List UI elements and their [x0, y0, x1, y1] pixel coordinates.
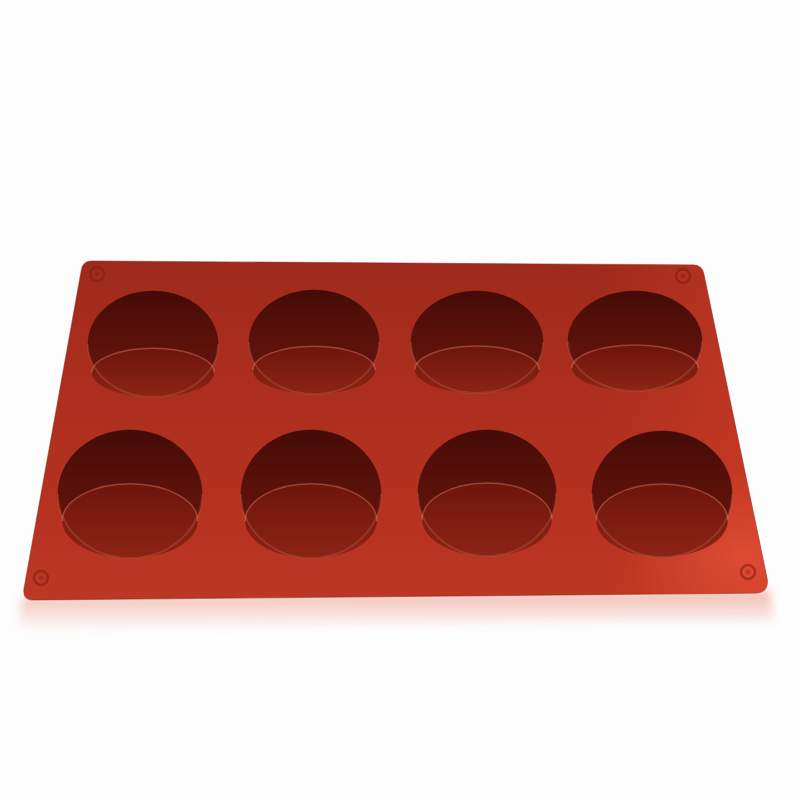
cavity-r2c4 [592, 431, 732, 557]
product-image [0, 0, 800, 800]
cavity-r1c2 [249, 290, 379, 394]
cavity-r1c1 [88, 291, 218, 397]
cavity-r1c3 [411, 291, 543, 393]
cavity-r1c4 [568, 291, 702, 391]
product-photo [0, 0, 800, 800]
cavity-r2c3 [418, 430, 556, 556]
cavity-r2c1 [58, 430, 202, 558]
cavity-r2c2 [241, 430, 381, 558]
